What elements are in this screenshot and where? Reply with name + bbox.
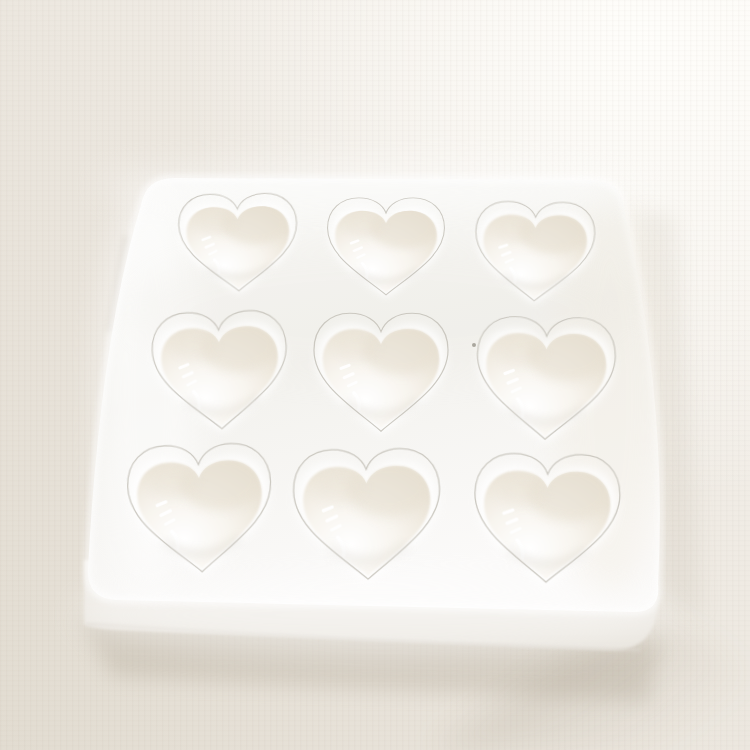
speck-dot (472, 343, 476, 347)
heart-cavity-grid (126, 193, 620, 588)
scene-svg (0, 0, 750, 750)
mold-speck (472, 343, 476, 347)
photo-silicone-heart-mold (0, 0, 750, 750)
